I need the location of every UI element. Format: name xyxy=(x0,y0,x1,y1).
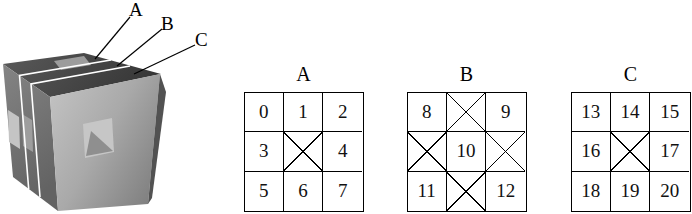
grid-c-cell-r0c2: 15 xyxy=(650,93,689,132)
cube-label-c: C xyxy=(195,29,208,50)
grid-c-cell-r1c0: 16 xyxy=(572,132,611,171)
grid-b-title: B xyxy=(406,61,527,88)
grid-a-cell-r0c2: 2 xyxy=(323,93,362,132)
grid-c: 13 14 15 16 17 18 19 20 xyxy=(571,92,691,212)
pointer-line-b xyxy=(117,29,162,66)
layer-panel-b: B 8 9 10 11 12 xyxy=(406,61,527,212)
grid-b-cell-r1c0 xyxy=(408,132,447,171)
grid-c-cell-r0c0: 13 xyxy=(572,93,611,132)
grid-b-cell-r1c1: 10 xyxy=(447,132,486,171)
grid-a-cell-r0c0: 0 xyxy=(245,93,284,132)
grid-c-cell-r1c2: 17 xyxy=(650,132,689,171)
grid-a-cell-r1c1 xyxy=(284,132,323,171)
cube-label-a: A xyxy=(129,0,143,20)
grid-c-title: C xyxy=(570,61,691,88)
grid-b-cell-r2c0: 11 xyxy=(408,172,447,211)
grid-c-cell-r1c1 xyxy=(611,132,650,171)
grid-a-cell-r0c1: 1 xyxy=(284,93,323,132)
grid-a-cell-r2c0: 5 xyxy=(245,172,284,211)
pointer-line-c xyxy=(134,45,195,74)
grid-b: 8 9 10 11 12 xyxy=(407,92,527,212)
grid-a-cell-r2c2: 7 xyxy=(323,172,362,211)
grid-b-cell-r2c1 xyxy=(447,172,486,211)
grid-a-cell-r1c0: 3 xyxy=(245,132,284,171)
grid-a-cell-r2c1: 6 xyxy=(284,172,323,211)
grid-b-cell-r2c2: 12 xyxy=(486,172,525,211)
grid-c-cell-r2c0: 18 xyxy=(572,172,611,211)
grid-c-cell-r2c1: 19 xyxy=(611,172,650,211)
grid-a-title: A xyxy=(243,61,364,88)
pointer-line-a xyxy=(95,17,130,59)
layer-panel-a: A 0 1 2 3 4 5 6 7 xyxy=(243,61,364,212)
grid-a: 0 1 2 3 4 5 6 7 xyxy=(244,92,364,212)
grid-c-cell-r0c1: 14 xyxy=(611,93,650,132)
grid-a-cell-r1c2: 4 xyxy=(323,132,362,171)
grid-b-cell-r0c1 xyxy=(447,93,486,132)
cube-label-b: B xyxy=(161,13,174,34)
grid-c-cell-r2c2: 20 xyxy=(650,172,689,211)
grid-b-cell-r0c2: 9 xyxy=(486,93,525,132)
layer-panel-c: C 13 14 15 16 17 18 19 20 xyxy=(570,61,691,212)
cube-figure: A B C xyxy=(0,0,235,214)
grid-b-cell-r0c0: 8 xyxy=(408,93,447,132)
cube-3d-render: A B C xyxy=(0,0,235,214)
grid-b-cell-r1c2 xyxy=(486,132,525,171)
